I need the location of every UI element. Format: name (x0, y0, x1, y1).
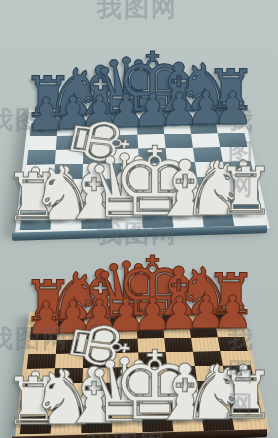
scene-wood-chess: ♜♞♝♛♚♝♞♜♟♟♟♟♟♟♟♟♚♟♟♟♟♟♟♟♟♜♞♝♛♚♝♞♜ (0, 0, 278, 438)
stock-render-two-chess-boards: ♜♞♝♛♚♝♞♜♟♟♟♟♟♟♟♟♚♟♟♟♟♟♟♟♟♜♞♝♛♚♝♞♜ ♜♞♝♛♚♝… (0, 0, 278, 438)
piece-dark-p-h7: ♟ (212, 289, 253, 335)
piece-white-r-h1: ♜ (216, 363, 275, 429)
